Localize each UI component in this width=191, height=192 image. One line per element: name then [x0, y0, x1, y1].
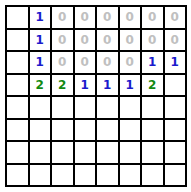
cell-r1c4[interactable]: 0 [97, 30, 118, 51]
cell-r0c4[interactable]: 0 [97, 7, 118, 28]
cell-r2c0[interactable] [7, 52, 28, 73]
cell-r1c6[interactable]: 0 [142, 30, 163, 51]
cell-r1c3[interactable]: 0 [75, 30, 96, 51]
cell-r4c6[interactable] [142, 97, 163, 118]
cell-r3c6[interactable]: 2 [142, 75, 163, 96]
cell-r3c0[interactable] [7, 75, 28, 96]
cell-r0c0[interactable] [7, 7, 28, 28]
cell-r1c0[interactable] [7, 30, 28, 51]
cell-r4c3[interactable] [75, 97, 96, 118]
cell-r3c4[interactable]: 1 [97, 75, 118, 96]
cell-r5c7[interactable] [165, 120, 186, 141]
cell-r5c0[interactable] [7, 120, 28, 141]
cell-r3c3[interactable]: 1 [75, 75, 96, 96]
cell-r5c3[interactable] [75, 120, 96, 141]
cell-r7c7[interactable] [165, 165, 186, 186]
cell-r1c1[interactable]: 1 [30, 30, 51, 51]
cell-r2c3[interactable]: 0 [75, 52, 96, 73]
cell-r6c2[interactable] [52, 142, 73, 163]
cell-r0c5[interactable]: 0 [120, 7, 141, 28]
cell-r0c3[interactable]: 0 [75, 7, 96, 28]
cell-r5c6[interactable] [142, 120, 163, 141]
cell-r0c6[interactable]: 0 [142, 7, 163, 28]
cell-r2c6[interactable]: 1 [142, 52, 163, 73]
cell-r4c1[interactable] [30, 97, 51, 118]
cell-r4c0[interactable] [7, 97, 28, 118]
cell-r2c2[interactable]: 0 [52, 52, 73, 73]
cell-r5c2[interactable] [52, 120, 73, 141]
cell-r7c6[interactable] [142, 165, 163, 186]
cell-r4c5[interactable] [120, 97, 141, 118]
cell-r6c0[interactable] [7, 142, 28, 163]
cell-r1c7[interactable]: 0 [165, 30, 186, 51]
cell-r6c5[interactable] [120, 142, 141, 163]
cell-r4c7[interactable] [165, 97, 186, 118]
cell-r6c1[interactable] [30, 142, 51, 163]
cell-r3c5[interactable]: 1 [120, 75, 141, 96]
cell-r1c5[interactable]: 0 [120, 30, 141, 51]
cell-r4c2[interactable] [52, 97, 73, 118]
cell-r6c6[interactable] [142, 142, 163, 163]
cell-r6c3[interactable] [75, 142, 96, 163]
cell-r4c4[interactable] [97, 97, 118, 118]
cell-r6c7[interactable] [165, 142, 186, 163]
cell-r7c5[interactable] [120, 165, 141, 186]
cell-r2c4[interactable]: 0 [97, 52, 118, 73]
minesweeper-board: 100000010000001000011221112 [5, 5, 187, 187]
cell-r7c0[interactable] [7, 165, 28, 186]
cell-r5c1[interactable] [30, 120, 51, 141]
cell-r2c5[interactable]: 0 [120, 52, 141, 73]
cell-r3c7[interactable] [165, 75, 186, 96]
cell-r6c4[interactable] [97, 142, 118, 163]
cell-r2c1[interactable]: 1 [30, 52, 51, 73]
cell-r0c1[interactable]: 1 [30, 7, 51, 28]
cell-r0c2[interactable]: 0 [52, 7, 73, 28]
cell-r2c7[interactable]: 1 [165, 52, 186, 73]
cell-r7c1[interactable] [30, 165, 51, 186]
cell-r3c2[interactable]: 2 [52, 75, 73, 96]
cell-r7c4[interactable] [97, 165, 118, 186]
cell-r5c4[interactable] [97, 120, 118, 141]
cell-r3c1[interactable]: 2 [30, 75, 51, 96]
cell-r7c2[interactable] [52, 165, 73, 186]
cell-r0c7[interactable]: 0 [165, 7, 186, 28]
cell-r1c2[interactable]: 0 [52, 30, 73, 51]
cell-r7c3[interactable] [75, 165, 96, 186]
cell-r5c5[interactable] [120, 120, 141, 141]
